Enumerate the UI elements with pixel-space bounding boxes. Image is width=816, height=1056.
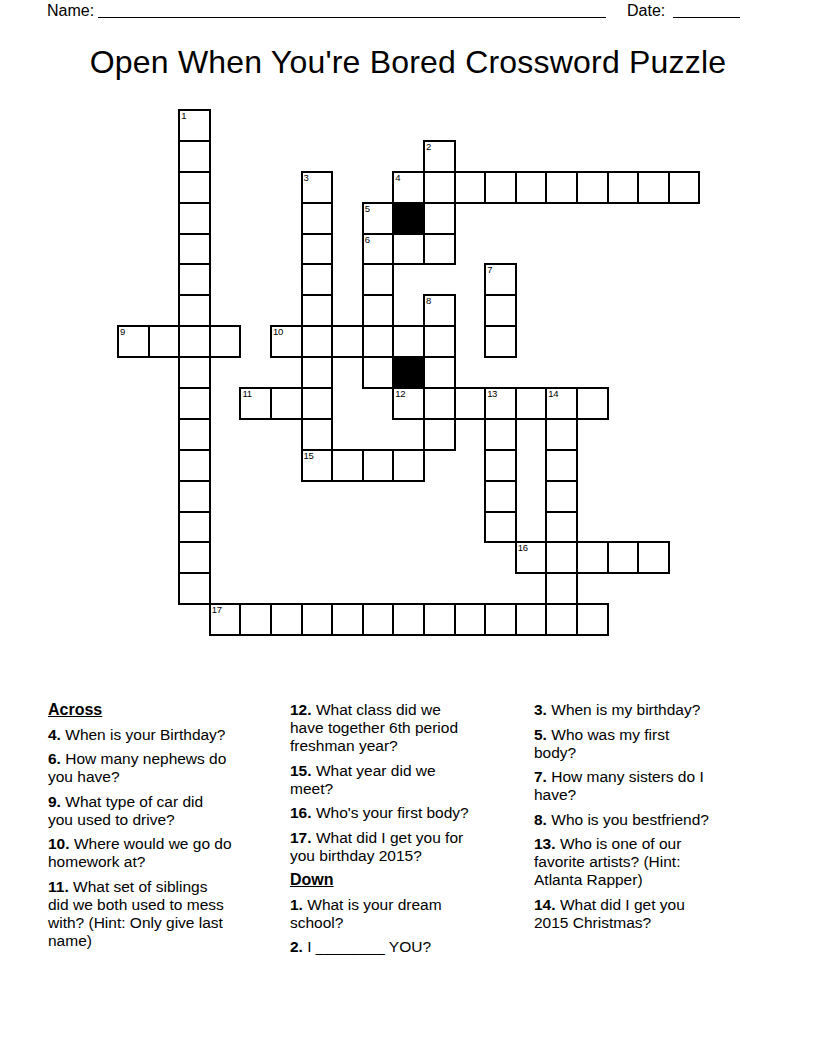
- grid-cell-r10c14[interactable]: [546, 419, 577, 450]
- void: [485, 110, 516, 141]
- void: [638, 264, 669, 295]
- grid-cell-r7c10[interactable]: [424, 326, 455, 357]
- grid-cell-r16c12[interactable]: [485, 604, 516, 635]
- grid-cell-r0c2[interactable]: 1: [179, 110, 210, 141]
- grid-cell-r1c10[interactable]: 2: [424, 141, 455, 172]
- clue-number-label: 17.: [290, 829, 312, 846]
- void: [118, 512, 149, 543]
- void: [546, 141, 577, 172]
- void: [455, 326, 486, 357]
- grid-cell-r7c8[interactable]: [363, 326, 394, 357]
- clue-number-16: 16: [518, 542, 528, 553]
- void: [546, 234, 577, 265]
- clue-5: 5. Who was my first body?: [534, 726, 769, 762]
- void: [577, 326, 608, 357]
- clue-number-label: 15.: [290, 762, 312, 779]
- grid-cell-r2c12[interactable]: [485, 172, 516, 203]
- clue-number-11: 11: [242, 388, 251, 399]
- void: [118, 357, 149, 388]
- grid-cell-r5c8[interactable]: [363, 264, 394, 295]
- void: [363, 573, 394, 604]
- grid-cell-r14c17[interactable]: [638, 542, 669, 573]
- void: [363, 512, 394, 543]
- void: [332, 481, 363, 512]
- void: [271, 481, 302, 512]
- void: [577, 264, 608, 295]
- clue-number-8: 8: [426, 295, 431, 306]
- grid-cell-r3c8[interactable]: 5: [363, 203, 394, 234]
- void: [455, 512, 486, 543]
- grid-cell-r9c4[interactable]: 11: [240, 388, 271, 419]
- void: [332, 203, 363, 234]
- grid-cell-r6c8[interactable]: [363, 295, 394, 326]
- grid-cell-r9c5[interactable]: [271, 388, 302, 419]
- clue-number-label: 7.: [534, 768, 547, 785]
- grid-cell-r8c2[interactable]: [179, 357, 210, 388]
- void: [516, 481, 547, 512]
- void: [332, 141, 363, 172]
- grid-cell-r5c2[interactable]: [179, 264, 210, 295]
- grid-cell-r9c12[interactable]: 13: [485, 388, 516, 419]
- void: [577, 295, 608, 326]
- grid-cell-r16c9[interactable]: [393, 604, 424, 635]
- void: [455, 203, 486, 234]
- void: [149, 234, 180, 265]
- grid-cell-r9c6[interactable]: [302, 388, 333, 419]
- void: [240, 203, 271, 234]
- clue-10: 10. Where would we go do homework at?: [48, 835, 278, 871]
- void: [332, 234, 363, 265]
- void: [210, 203, 241, 234]
- grid-cell-r11c7[interactable]: [332, 450, 363, 481]
- void: [149, 542, 180, 573]
- void: [577, 419, 608, 450]
- grid-cell-r2c15[interactable]: [577, 172, 608, 203]
- grid-cell-r9c15[interactable]: [577, 388, 608, 419]
- void: [577, 573, 608, 604]
- void: [608, 264, 639, 295]
- grid-cell-r4c10[interactable]: [424, 234, 455, 265]
- void: [485, 203, 516, 234]
- grid-cell-r13c14[interactable]: [546, 512, 577, 543]
- grid-cell-r7c2[interactable]: [179, 326, 210, 357]
- void: [638, 326, 669, 357]
- grid-cell-r10c2[interactable]: [179, 419, 210, 450]
- grid-cell-r9c2[interactable]: [179, 388, 210, 419]
- grid-cell-r7c7[interactable]: [332, 326, 363, 357]
- void: [669, 573, 700, 604]
- void: [393, 481, 424, 512]
- grid-cell-r11c8[interactable]: [363, 450, 394, 481]
- grid-cell-r4c9[interactable]: [393, 234, 424, 265]
- grid-cell-r5c12[interactable]: 7: [485, 264, 516, 295]
- void: [271, 234, 302, 265]
- grid-cell-r16c14[interactable]: [546, 604, 577, 635]
- grid-cell-r2c2[interactable]: [179, 172, 210, 203]
- grid-cell-r7c5[interactable]: 10: [271, 326, 302, 357]
- void: [669, 450, 700, 481]
- void: [608, 203, 639, 234]
- void: [210, 110, 241, 141]
- void: [302, 141, 333, 172]
- grid-cell-r4c8[interactable]: 6: [363, 234, 394, 265]
- void: [302, 512, 333, 543]
- void: [638, 481, 669, 512]
- void: [118, 573, 149, 604]
- clue-number-3: 3: [304, 172, 309, 183]
- void: [546, 264, 577, 295]
- void: [332, 357, 363, 388]
- grid-cell-r2c6[interactable]: 3: [302, 172, 333, 203]
- grid-cell-r11c6[interactable]: 15: [302, 450, 333, 481]
- grid-cell-r6c6[interactable]: [302, 295, 333, 326]
- grid-cell-r8c6[interactable]: [302, 357, 333, 388]
- grid-cell-r2c18[interactable]: [669, 172, 700, 203]
- void: [149, 295, 180, 326]
- clue-7: 7. How many sisters do I have?: [534, 768, 769, 804]
- void: [149, 172, 180, 203]
- void: [271, 172, 302, 203]
- void: [363, 542, 394, 573]
- void: [669, 264, 700, 295]
- void: [271, 141, 302, 172]
- void: [240, 264, 271, 295]
- clues-heading-down: Down: [290, 871, 520, 889]
- grid-cell-r16c6[interactable]: [302, 604, 333, 635]
- void: [608, 450, 639, 481]
- void: [638, 203, 669, 234]
- clues-heading-across: Across: [48, 701, 278, 719]
- void: [149, 573, 180, 604]
- void: [149, 604, 180, 635]
- grid-cell-r12c2[interactable]: [179, 481, 210, 512]
- void: [516, 357, 547, 388]
- clue-text: What did I get you for you birthday 2015…: [290, 829, 463, 864]
- clue-number-4: 4: [395, 172, 400, 183]
- grid-cell-r8c8[interactable]: [363, 357, 394, 388]
- void: [424, 450, 455, 481]
- grid-cell-r9c13[interactable]: [516, 388, 547, 419]
- void: [118, 234, 149, 265]
- void: [546, 295, 577, 326]
- void: [118, 141, 149, 172]
- void: [577, 110, 608, 141]
- clue-text: What did I get you 2015 Christmas?: [534, 896, 685, 931]
- grid-cell-r7c3[interactable]: [210, 326, 241, 357]
- grid-cell-r16c5[interactable]: [271, 604, 302, 635]
- void: [638, 141, 669, 172]
- clue-number-10: 10: [273, 326, 283, 337]
- grid-cell-r11c14[interactable]: [546, 450, 577, 481]
- void: [424, 481, 455, 512]
- void: [608, 357, 639, 388]
- grid-cell-r7c9[interactable]: [393, 326, 424, 357]
- void: [638, 295, 669, 326]
- void: [669, 203, 700, 234]
- grid-cell-r2c16[interactable]: [608, 172, 639, 203]
- void: [455, 295, 486, 326]
- void: [638, 234, 669, 265]
- void: [302, 110, 333, 141]
- grid-cell-r11c12[interactable]: [485, 450, 516, 481]
- grid-cell-r16c10[interactable]: [424, 604, 455, 635]
- void: [271, 450, 302, 481]
- void: [669, 512, 700, 543]
- void: [638, 512, 669, 543]
- void: [669, 141, 700, 172]
- clue-2: 2. I ________ YOU?: [290, 938, 520, 956]
- grid-cell-r16c3[interactable]: 17: [210, 604, 241, 635]
- clue-15: 15. What year did we meet?: [290, 762, 520, 798]
- clue-4: 4. When is your Birthday?: [48, 726, 278, 744]
- clue-text: When is my birthday?: [551, 701, 700, 718]
- clue-number-13: 13: [487, 388, 497, 399]
- clues-column-1: Across4. When is your Birthday?6. How ma…: [48, 701, 278, 956]
- void: [118, 264, 149, 295]
- void: [118, 450, 149, 481]
- clue-text: What year did we meet?: [290, 762, 436, 797]
- void: [485, 573, 516, 604]
- grid-cell-r12c12[interactable]: [485, 481, 516, 512]
- crossword-worksheet: { "header": { "name_label": "Name:", "da…: [0, 0, 816, 1056]
- void: [516, 295, 547, 326]
- void: [516, 264, 547, 295]
- void: [118, 604, 149, 635]
- grid-cell-r4c2[interactable]: [179, 234, 210, 265]
- clue-text: What type of car did you used to drive?: [48, 793, 203, 828]
- clue-number-label: 13.: [534, 835, 556, 852]
- grid-cell-r4c6[interactable]: [302, 234, 333, 265]
- void: [669, 481, 700, 512]
- clue-6: 6. How many nephews do you have?: [48, 750, 278, 786]
- void: [363, 388, 394, 419]
- void: [240, 234, 271, 265]
- grid-cell-r6c10[interactable]: 8: [424, 295, 455, 326]
- void: [546, 326, 577, 357]
- grid-cell-r2c11[interactable]: [455, 172, 486, 203]
- void: [669, 234, 700, 265]
- void: [210, 234, 241, 265]
- void: [424, 110, 455, 141]
- grid-cell-r14c16[interactable]: [608, 542, 639, 573]
- grid-cell-r3c2[interactable]: [179, 203, 210, 234]
- grid-cell-r13c2[interactable]: [179, 512, 210, 543]
- void: [118, 110, 149, 141]
- grid-cell-r13c12[interactable]: [485, 512, 516, 543]
- clue-text: How many sisters do I have?: [534, 768, 704, 803]
- grid-cell-r2c13[interactable]: [516, 172, 547, 203]
- grid-cell-r16c7[interactable]: [332, 604, 363, 635]
- void: [210, 264, 241, 295]
- void: [577, 203, 608, 234]
- grid-cell-r10c12[interactable]: [485, 419, 516, 450]
- void: [577, 512, 608, 543]
- void: [271, 357, 302, 388]
- void: [210, 141, 241, 172]
- void: [210, 512, 241, 543]
- clue-text: Who's your first body?: [316, 804, 469, 821]
- void: [210, 450, 241, 481]
- clue-number-label: 14.: [534, 896, 556, 913]
- void: [332, 573, 363, 604]
- void: [210, 357, 241, 388]
- grid-cell-r9c10[interactable]: [424, 388, 455, 419]
- grid-cell-r7c1[interactable]: [149, 326, 180, 357]
- void: [608, 110, 639, 141]
- void: [669, 388, 700, 419]
- grid-cell-r14c13[interactable]: 16: [516, 542, 547, 573]
- void: [271, 542, 302, 573]
- void: [669, 326, 700, 357]
- void: [271, 110, 302, 141]
- grid-cell-r3c10[interactable]: [424, 203, 455, 234]
- void: [210, 295, 241, 326]
- void: [577, 234, 608, 265]
- void: [455, 419, 486, 450]
- void: [363, 481, 394, 512]
- grid-cell-r6c2[interactable]: [179, 295, 210, 326]
- void: [424, 264, 455, 295]
- void: [363, 110, 394, 141]
- void: [210, 419, 241, 450]
- clue-text: What is your dream school?: [290, 896, 442, 931]
- grid-cell-r16c11[interactable]: [455, 604, 486, 635]
- grid-cell-r9c14[interactable]: 14: [546, 388, 577, 419]
- void: [363, 141, 394, 172]
- grid-cell-r14c14[interactable]: [546, 542, 577, 573]
- grid-cell-r7c6[interactable]: [302, 326, 333, 357]
- clue-number-14: 14: [548, 388, 558, 399]
- grid-cell-r15c2[interactable]: [179, 573, 210, 604]
- name-input-line[interactable]: [98, 0, 606, 18]
- clue-14: 14. What did I get you 2015 Christmas?: [534, 896, 769, 932]
- clue-number-12: 12: [395, 388, 405, 399]
- void: [516, 512, 547, 543]
- clue-number-17: 17: [212, 604, 222, 615]
- void: [608, 481, 639, 512]
- void: [638, 357, 669, 388]
- void: [240, 542, 271, 573]
- void: [271, 573, 302, 604]
- void: [608, 604, 639, 635]
- void: [240, 573, 271, 604]
- grid-cell-r9c9[interactable]: 12: [393, 388, 424, 419]
- void: [210, 573, 241, 604]
- grid-cell-r6c12[interactable]: [485, 295, 516, 326]
- grid-cell-r5c6[interactable]: [302, 264, 333, 295]
- grid-cell-r7c12[interactable]: [485, 326, 516, 357]
- grid-cell-r9c11[interactable]: [455, 388, 486, 419]
- void: [210, 172, 241, 203]
- void: [240, 326, 271, 357]
- grid-cell-r3c6[interactable]: [302, 203, 333, 234]
- void: [149, 481, 180, 512]
- void: [363, 419, 394, 450]
- void: [516, 450, 547, 481]
- grid-cell-r11c2[interactable]: [179, 450, 210, 481]
- clue-text: Who was my first body?: [534, 726, 669, 761]
- void: [608, 512, 639, 543]
- void: [546, 203, 577, 234]
- clue-number-label: 9.: [48, 793, 61, 810]
- grid-cell-r7c0[interactable]: 9: [118, 326, 149, 357]
- void: [638, 388, 669, 419]
- void: [455, 264, 486, 295]
- void: [638, 604, 669, 635]
- date-input-line[interactable]: [673, 0, 740, 18]
- clue-1: 1. What is your dream school?: [290, 896, 520, 932]
- clue-text: When is your Birthday?: [65, 726, 225, 743]
- void: [455, 357, 486, 388]
- void: [240, 481, 271, 512]
- clue-number-label: 10.: [48, 835, 70, 852]
- grid-cell-r8c10[interactable]: [424, 357, 455, 388]
- void: [669, 604, 700, 635]
- void: [118, 203, 149, 234]
- void: [240, 110, 271, 141]
- grid-cell-r14c15[interactable]: [577, 542, 608, 573]
- grid-cell-r2c10[interactable]: [424, 172, 455, 203]
- grid-cell-r1c2[interactable]: [179, 141, 210, 172]
- void: [271, 295, 302, 326]
- clue-number-label: 11.: [48, 878, 69, 895]
- void: [363, 172, 394, 203]
- grid-cell-r14c2[interactable]: [179, 542, 210, 573]
- clue-number-1: 1: [181, 110, 186, 121]
- grid-cell-r2c9[interactable]: 4: [393, 172, 424, 203]
- void: [516, 141, 547, 172]
- void: [393, 542, 424, 573]
- grid-cell-r15c14[interactable]: [546, 573, 577, 604]
- void: [669, 295, 700, 326]
- clue-number-label: 2.: [290, 938, 303, 955]
- grid-cell-r2c17[interactable]: [638, 172, 669, 203]
- grid-cell-r16c15[interactable]: [577, 604, 608, 635]
- grid-cell-r16c4[interactable]: [240, 604, 271, 635]
- grid-cell-r11c9[interactable]: [393, 450, 424, 481]
- clue-13: 13. Who is one of our favorite artists? …: [534, 835, 769, 889]
- void: [608, 141, 639, 172]
- void: [455, 450, 486, 481]
- void: [608, 573, 639, 604]
- void: [149, 203, 180, 234]
- grid-cell-r2c14[interactable]: [546, 172, 577, 203]
- grid-cell-r16c8[interactable]: [363, 604, 394, 635]
- void: [332, 419, 363, 450]
- clue-number-label: 16.: [290, 804, 312, 821]
- clue-number-5: 5: [365, 203, 370, 214]
- void: [608, 326, 639, 357]
- void: [271, 512, 302, 543]
- void: [271, 419, 302, 450]
- void: [577, 357, 608, 388]
- clue-3: 3. When is my birthday?: [534, 701, 769, 719]
- void: [240, 295, 271, 326]
- grid-cell-r10c6[interactable]: [302, 419, 333, 450]
- void: [118, 388, 149, 419]
- grid-cell-r10c10[interactable]: [424, 419, 455, 450]
- void: [577, 141, 608, 172]
- void: [424, 512, 455, 543]
- grid-cell-r12c14[interactable]: [546, 481, 577, 512]
- void: [302, 481, 333, 512]
- clues-column-2: 12. What class did we have together 6th …: [290, 701, 520, 963]
- grid-cell-r16c13[interactable]: [516, 604, 547, 635]
- void: [118, 295, 149, 326]
- void: [118, 542, 149, 573]
- void: [516, 326, 547, 357]
- void: [332, 172, 363, 203]
